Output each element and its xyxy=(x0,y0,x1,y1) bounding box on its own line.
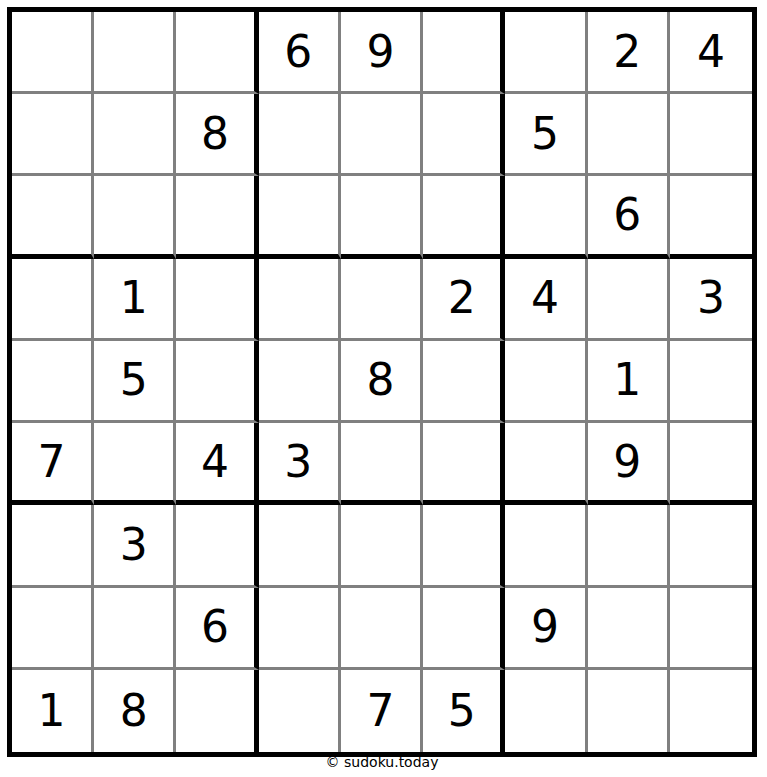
cell-r6c2[interactable] xyxy=(94,423,176,505)
cell-r3c3[interactable] xyxy=(176,176,258,258)
cell-r5c5: 8 xyxy=(341,341,423,423)
cell-r7c5[interactable] xyxy=(341,505,423,587)
cell-r6c6[interactable] xyxy=(423,423,505,505)
cell-r9c9[interactable] xyxy=(670,670,752,752)
cell-r2c9[interactable] xyxy=(670,94,752,176)
cell-r4c2: 1 xyxy=(94,259,176,341)
cell-r7c3[interactable] xyxy=(176,505,258,587)
cell-r9c3[interactable] xyxy=(176,670,258,752)
cell-r6c3: 4 xyxy=(176,423,258,505)
cell-r9c1: 1 xyxy=(12,670,94,752)
cell-r1c6[interactable] xyxy=(423,12,505,94)
cell-r3c7[interactable] xyxy=(505,176,587,258)
cell-r5c1[interactable] xyxy=(12,341,94,423)
cell-r4c1[interactable] xyxy=(12,259,94,341)
cell-r5c8: 1 xyxy=(588,341,670,423)
cell-r2c6[interactable] xyxy=(423,94,505,176)
cell-r1c4: 6 xyxy=(259,12,341,94)
cell-r2c3: 8 xyxy=(176,94,258,176)
cell-r9c5: 7 xyxy=(341,670,423,752)
cell-r1c2[interactable] xyxy=(94,12,176,94)
cell-r3c8: 6 xyxy=(588,176,670,258)
cell-r3c9[interactable] xyxy=(670,176,752,258)
cell-r8c4[interactable] xyxy=(259,588,341,670)
cell-r9c6: 5 xyxy=(423,670,505,752)
cell-r2c4[interactable] xyxy=(259,94,341,176)
cell-r4c8[interactable] xyxy=(588,259,670,341)
cell-r7c2: 3 xyxy=(94,505,176,587)
cell-r1c8: 2 xyxy=(588,12,670,94)
cell-r4c4[interactable] xyxy=(259,259,341,341)
cell-r8c7: 9 xyxy=(505,588,587,670)
cell-r4c3[interactable] xyxy=(176,259,258,341)
cell-r5c4[interactable] xyxy=(259,341,341,423)
cell-r7c8[interactable] xyxy=(588,505,670,587)
cell-r6c5[interactable] xyxy=(341,423,423,505)
cell-r5c6[interactable] xyxy=(423,341,505,423)
cell-r7c6[interactable] xyxy=(423,505,505,587)
cell-r6c4: 3 xyxy=(259,423,341,505)
cell-r1c9: 4 xyxy=(670,12,752,94)
cell-r8c9[interactable] xyxy=(670,588,752,670)
cell-r7c1[interactable] xyxy=(12,505,94,587)
cell-r9c2: 8 xyxy=(94,670,176,752)
cell-r2c5[interactable] xyxy=(341,94,423,176)
cell-r5c3[interactable] xyxy=(176,341,258,423)
cell-r2c1[interactable] xyxy=(12,94,94,176)
cell-r7c7[interactable] xyxy=(505,505,587,587)
cell-r3c5[interactable] xyxy=(341,176,423,258)
cell-r9c8[interactable] xyxy=(588,670,670,752)
cell-r4c5[interactable] xyxy=(341,259,423,341)
cell-r4c9: 3 xyxy=(670,259,752,341)
copyright-caption: © sudoku.today xyxy=(7,754,757,770)
cell-r4c7: 4 xyxy=(505,259,587,341)
cell-r8c2[interactable] xyxy=(94,588,176,670)
cell-r7c4[interactable] xyxy=(259,505,341,587)
cell-r1c1[interactable] xyxy=(12,12,94,94)
cell-r1c7[interactable] xyxy=(505,12,587,94)
sudoku-board: 6924856124358174393691875 xyxy=(7,7,757,757)
cell-r9c7[interactable] xyxy=(505,670,587,752)
cell-r9c4[interactable] xyxy=(259,670,341,752)
cell-r6c8: 9 xyxy=(588,423,670,505)
cell-r7c9[interactable] xyxy=(670,505,752,587)
cell-r5c9[interactable] xyxy=(670,341,752,423)
cell-r3c1[interactable] xyxy=(12,176,94,258)
cell-r8c1[interactable] xyxy=(12,588,94,670)
cell-r2c7: 5 xyxy=(505,94,587,176)
cell-r6c7[interactable] xyxy=(505,423,587,505)
cell-r6c1: 7 xyxy=(12,423,94,505)
cell-r4c6: 2 xyxy=(423,259,505,341)
cell-r3c4[interactable] xyxy=(259,176,341,258)
cell-r5c2: 5 xyxy=(94,341,176,423)
cell-r8c3: 6 xyxy=(176,588,258,670)
cell-r1c5: 9 xyxy=(341,12,423,94)
cell-r8c6[interactable] xyxy=(423,588,505,670)
cell-r3c6[interactable] xyxy=(423,176,505,258)
cell-r5c7[interactable] xyxy=(505,341,587,423)
cell-r1c3[interactable] xyxy=(176,12,258,94)
cell-r8c8[interactable] xyxy=(588,588,670,670)
cell-r6c9[interactable] xyxy=(670,423,752,505)
cell-r3c2[interactable] xyxy=(94,176,176,258)
cell-r8c5[interactable] xyxy=(341,588,423,670)
sudoku-page: 6924856124358174393691875 © sudoku.today xyxy=(0,0,767,777)
cell-r2c8[interactable] xyxy=(588,94,670,176)
cell-r2c2[interactable] xyxy=(94,94,176,176)
